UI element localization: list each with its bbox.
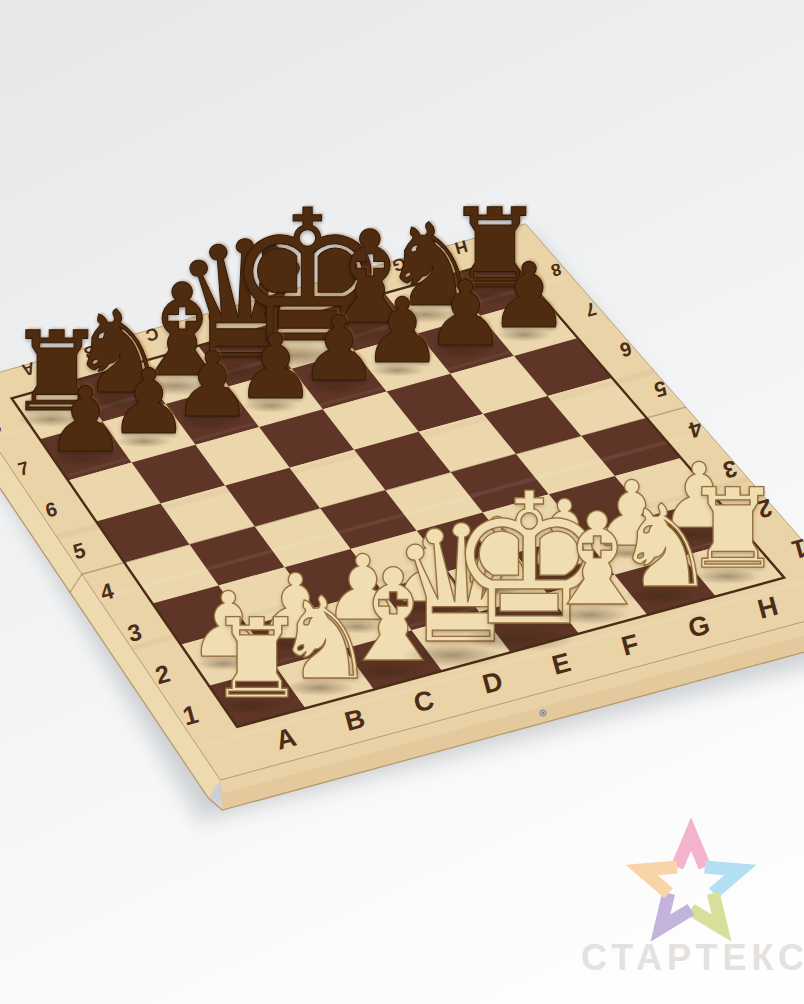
chess-board: AABBCCDDEEFFGGHH8877665544332211 [0, 0, 804, 1004]
product-photo: AABBCCDDEEFFGGHH8877665544332211 ♜♞♝♛♚♝♞… [0, 0, 804, 1004]
